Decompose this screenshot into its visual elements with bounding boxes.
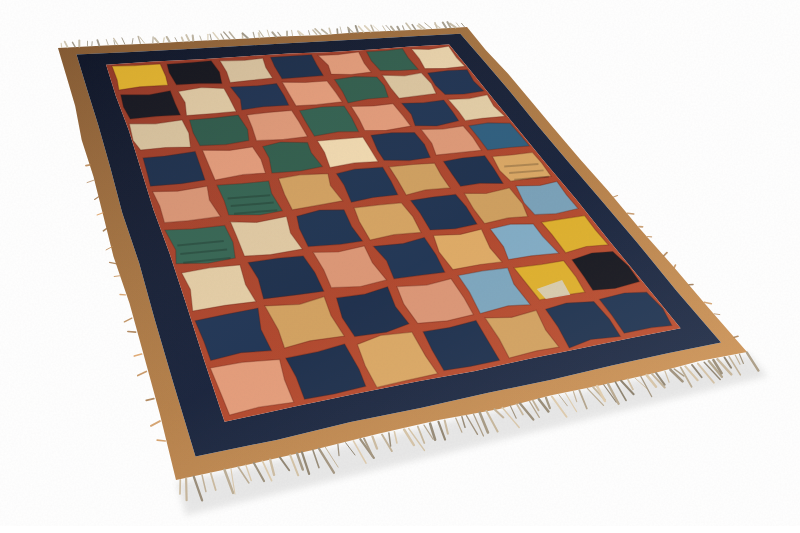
- fringe-strand: [186, 479, 187, 501]
- fringe-strand: [163, 38, 164, 43]
- fringe-strand: [106, 247, 112, 250]
- fringe-strand: [365, 26, 371, 32]
- fringe-strand: [182, 37, 184, 41]
- fringe-strand: [103, 228, 107, 231]
- fringe-strand: [259, 33, 260, 37]
- fringe-strand: [664, 253, 667, 256]
- fringe-strand: [292, 30, 293, 35]
- fringe-strand: [383, 26, 386, 31]
- fringe-strand: [128, 332, 136, 333]
- rug-svg: [0, 0, 800, 533]
- fringe-strand: [134, 354, 141, 356]
- fringe-strand: [403, 26, 405, 30]
- fringe-strand: [151, 421, 160, 426]
- fringe-strand: [406, 23, 411, 29]
- fringe-strand: [462, 23, 465, 27]
- fringe-strand: [456, 23, 459, 27]
- fringe-strand: [186, 35, 189, 41]
- fringe-strand: [386, 25, 391, 30]
- fringe-strand: [213, 33, 219, 40]
- fringe-strand: [167, 37, 170, 42]
- fringe-strand: [193, 36, 194, 41]
- fringe-strand: [200, 36, 202, 40]
- fringe-strand: [253, 32, 254, 37]
- fringe-strand: [95, 197, 99, 200]
- fringe-strand: [267, 30, 269, 37]
- fringe-strand: [674, 265, 675, 267]
- fringe-strand: [106, 40, 108, 46]
- fringe-strand: [65, 42, 68, 48]
- fringe-strand: [397, 27, 399, 31]
- fringe-strand: [132, 39, 133, 44]
- fringe-strand: [443, 23, 446, 28]
- fringe-strand: [155, 38, 159, 42]
- fringe-strand: [229, 32, 235, 39]
- fringe-strand: [278, 32, 281, 36]
- fringe-strand: [122, 38, 125, 44]
- fringe-strand: [425, 23, 432, 29]
- fringe-strand: [97, 213, 103, 215]
- fringe-strand: [243, 34, 248, 39]
- fringe-strand: [309, 31, 310, 35]
- fringe-strand: [61, 43, 62, 47]
- fringe-strand: [734, 336, 738, 337]
- rug-wool-grain: [58, 27, 747, 480]
- fringe-strand: [272, 32, 276, 36]
- fringe-strand: [138, 371, 147, 375]
- fringe-strand: [412, 25, 415, 30]
- fringe-strand: [146, 399, 154, 401]
- fringe-strand: [627, 213, 633, 214]
- fringe-strand: [224, 32, 230, 39]
- fringe-strand: [391, 27, 394, 31]
- fringe-strand: [124, 318, 131, 322]
- fringe-strand: [329, 28, 331, 34]
- fringe-strand: [86, 165, 90, 166]
- fringe-strand: [704, 302, 711, 303]
- rug-photo: [0, 0, 800, 533]
- fringe-strand: [210, 34, 211, 40]
- fringe-strand: [356, 26, 358, 32]
- fringe-strand: [157, 440, 165, 441]
- fringe-strand: [322, 30, 328, 34]
- fringe-strand: [97, 40, 99, 46]
- fringe-strand: [714, 314, 720, 315]
- fringe-strand: [359, 26, 364, 32]
- fringe-strand: [221, 34, 224, 39]
- fringe-strand: [87, 180, 94, 183]
- fringe-strand: [340, 27, 342, 33]
- fringe-strand: [114, 276, 120, 277]
- fringe-strand: [614, 196, 618, 198]
- fringe-strand: [73, 42, 76, 47]
- fringe-strand: [175, 38, 177, 42]
